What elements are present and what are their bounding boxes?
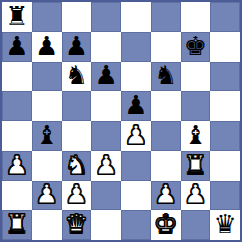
piece-black-knight[interactable]: ♞ bbox=[65, 62, 88, 88]
square-a6[interactable] bbox=[2, 62, 32, 92]
piece-black-pawn[interactable]: ♟ bbox=[5, 33, 28, 59]
square-b5[interactable] bbox=[32, 91, 62, 121]
piece-white-rook[interactable]: ♜ bbox=[5, 211, 28, 237]
square-d5[interactable] bbox=[91, 91, 121, 121]
square-g6[interactable] bbox=[181, 62, 211, 92]
square-d3[interactable]: ♟ bbox=[91, 151, 121, 181]
piece-black-pawn[interactable]: ♟ bbox=[35, 33, 58, 59]
square-f4[interactable] bbox=[151, 121, 181, 151]
square-f5[interactable] bbox=[151, 91, 181, 121]
piece-white-rook[interactable]: ♜ bbox=[184, 152, 207, 178]
piece-white-pawn[interactable]: ♟ bbox=[35, 181, 58, 207]
piece-white-pawn[interactable]: ♟ bbox=[5, 152, 28, 178]
piece-white-knight[interactable]: ♞ bbox=[65, 152, 88, 178]
square-b4[interactable]: ♝ bbox=[32, 121, 62, 151]
square-c5[interactable] bbox=[62, 91, 92, 121]
piece-black-queen[interactable]: ♛ bbox=[213, 211, 236, 237]
square-e6[interactable] bbox=[121, 62, 151, 92]
square-f2[interactable]: ♟ bbox=[151, 181, 181, 211]
square-d4[interactable] bbox=[91, 121, 121, 151]
square-h2[interactable] bbox=[210, 181, 240, 211]
piece-black-knight[interactable]: ♞ bbox=[154, 62, 177, 88]
piece-white-pawn[interactable]: ♟ bbox=[154, 181, 177, 207]
piece-white-queen[interactable]: ♛ bbox=[65, 211, 88, 237]
square-e4[interactable]: ♟ bbox=[121, 121, 151, 151]
square-g2[interactable]: ♟ bbox=[181, 181, 211, 211]
square-b6[interactable] bbox=[32, 62, 62, 92]
square-d2[interactable] bbox=[91, 181, 121, 211]
square-h4[interactable] bbox=[210, 121, 240, 151]
square-g5[interactable] bbox=[181, 91, 211, 121]
square-e2[interactable] bbox=[121, 181, 151, 211]
piece-black-king[interactable]: ♚ bbox=[184, 33, 207, 59]
piece-black-bishop[interactable]: ♝ bbox=[184, 122, 207, 148]
square-g3[interactable]: ♜ bbox=[181, 151, 211, 181]
square-d8[interactable] bbox=[91, 2, 121, 32]
square-c4[interactable] bbox=[62, 121, 92, 151]
piece-black-pawn[interactable]: ♟ bbox=[124, 92, 147, 118]
square-c8[interactable] bbox=[62, 2, 92, 32]
square-h6[interactable] bbox=[210, 62, 240, 92]
square-a1[interactable]: ♜ bbox=[2, 210, 32, 240]
square-e3[interactable] bbox=[121, 151, 151, 181]
piece-black-rook[interactable]: ♜ bbox=[5, 3, 28, 29]
square-b1[interactable] bbox=[32, 210, 62, 240]
square-f7[interactable] bbox=[151, 32, 181, 62]
square-h5[interactable] bbox=[210, 91, 240, 121]
square-e7[interactable] bbox=[121, 32, 151, 62]
piece-white-pawn[interactable]: ♟ bbox=[184, 181, 207, 207]
square-e8[interactable] bbox=[121, 2, 151, 32]
square-h8[interactable] bbox=[210, 2, 240, 32]
square-b3[interactable] bbox=[32, 151, 62, 181]
piece-white-pawn[interactable]: ♟ bbox=[94, 152, 117, 178]
square-g7[interactable]: ♚ bbox=[181, 32, 211, 62]
square-b2[interactable]: ♟ bbox=[32, 181, 62, 211]
square-a5[interactable] bbox=[2, 91, 32, 121]
square-b8[interactable] bbox=[32, 2, 62, 32]
square-c6[interactable]: ♞ bbox=[62, 62, 92, 92]
square-a8[interactable]: ♜ bbox=[2, 2, 32, 32]
square-f3[interactable] bbox=[151, 151, 181, 181]
square-a4[interactable] bbox=[2, 121, 32, 151]
square-d7[interactable] bbox=[91, 32, 121, 62]
square-g1[interactable] bbox=[181, 210, 211, 240]
square-f8[interactable] bbox=[151, 2, 181, 32]
square-c1[interactable]: ♛ bbox=[62, 210, 92, 240]
square-c2[interactable]: ♟ bbox=[62, 181, 92, 211]
square-g8[interactable] bbox=[181, 2, 211, 32]
piece-white-pawn[interactable]: ♟ bbox=[124, 122, 147, 148]
square-f6[interactable]: ♞ bbox=[151, 62, 181, 92]
square-d1[interactable] bbox=[91, 210, 121, 240]
square-h3[interactable] bbox=[210, 151, 240, 181]
square-h1[interactable]: ♛ bbox=[210, 210, 240, 240]
square-g4[interactable]: ♝ bbox=[181, 121, 211, 151]
chess-board: ♜♟♟♟♚♞♟♞♟♝♟♝♟♞♟♜♟♟♟♟♜♛♚♛ bbox=[0, 0, 242, 242]
square-e5[interactable]: ♟ bbox=[121, 91, 151, 121]
square-f1[interactable]: ♚ bbox=[151, 210, 181, 240]
piece-black-bishop[interactable]: ♝ bbox=[35, 122, 58, 148]
square-d6[interactable]: ♟ bbox=[91, 62, 121, 92]
piece-white-king[interactable]: ♚ bbox=[154, 211, 177, 237]
square-b7[interactable]: ♟ bbox=[32, 32, 62, 62]
square-e1[interactable] bbox=[121, 210, 151, 240]
piece-black-pawn[interactable]: ♟ bbox=[65, 33, 88, 59]
piece-black-pawn[interactable]: ♟ bbox=[94, 62, 117, 88]
square-a7[interactable]: ♟ bbox=[2, 32, 32, 62]
piece-white-pawn[interactable]: ♟ bbox=[65, 181, 88, 207]
square-a3[interactable]: ♟ bbox=[2, 151, 32, 181]
square-c7[interactable]: ♟ bbox=[62, 32, 92, 62]
square-c3[interactable]: ♞ bbox=[62, 151, 92, 181]
square-a2[interactable] bbox=[2, 181, 32, 211]
square-h7[interactable] bbox=[210, 32, 240, 62]
